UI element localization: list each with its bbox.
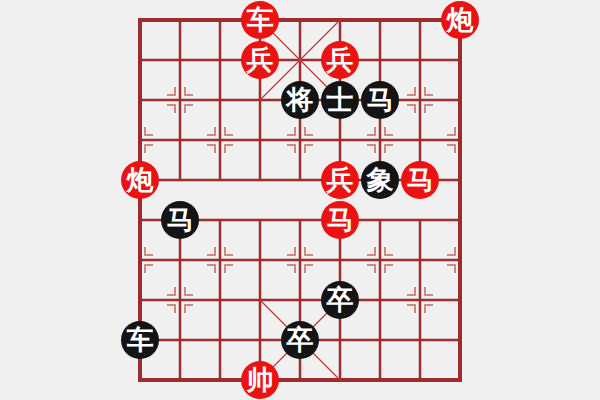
point-marker bbox=[425, 105, 433, 113]
piece-black-horse[interactable]: 马 bbox=[361, 81, 399, 119]
piece-black-elephant[interactable]: 象 bbox=[361, 161, 399, 199]
piece-red-chariot[interactable]: 车 bbox=[241, 1, 279, 39]
point-marker bbox=[167, 287, 175, 295]
point-marker bbox=[167, 305, 175, 313]
point-marker bbox=[167, 87, 175, 95]
point-marker bbox=[425, 305, 433, 313]
piece-black-advisor[interactable]: 士 bbox=[321, 81, 359, 119]
point-marker bbox=[407, 105, 415, 113]
point-marker bbox=[207, 145, 215, 153]
point-marker bbox=[447, 265, 455, 273]
point-marker bbox=[145, 265, 153, 273]
point-marker bbox=[207, 265, 215, 273]
point-marker bbox=[385, 145, 393, 153]
point-marker bbox=[425, 87, 433, 95]
point-marker bbox=[367, 127, 375, 135]
point-marker bbox=[287, 145, 295, 153]
point-marker bbox=[145, 247, 153, 255]
point-marker bbox=[225, 145, 233, 153]
point-marker bbox=[287, 127, 295, 135]
point-marker bbox=[407, 87, 415, 95]
xiangqi-diagram: 车炮兵兵将士马炮兵象马马马卒卒车帅 bbox=[0, 0, 600, 400]
point-marker bbox=[207, 127, 215, 135]
piece-red-soldier[interactable]: 兵 bbox=[241, 41, 279, 79]
point-marker bbox=[225, 265, 233, 273]
point-marker bbox=[367, 265, 375, 273]
point-marker bbox=[145, 145, 153, 153]
piece-black-soldier[interactable]: 卒 bbox=[281, 321, 319, 359]
piece-red-cannon[interactable]: 炮 bbox=[441, 1, 479, 39]
piece-black-soldier[interactable]: 卒 bbox=[321, 281, 359, 319]
piece-red-cannon[interactable]: 炮 bbox=[121, 161, 159, 199]
point-marker bbox=[145, 127, 153, 135]
point-marker bbox=[385, 247, 393, 255]
point-marker bbox=[167, 105, 175, 113]
point-marker bbox=[385, 265, 393, 273]
point-marker bbox=[305, 247, 313, 255]
point-marker bbox=[407, 305, 415, 313]
point-marker bbox=[447, 145, 455, 153]
point-marker bbox=[305, 145, 313, 153]
piece-black-horse[interactable]: 马 bbox=[161, 201, 199, 239]
piece-red-horse[interactable]: 马 bbox=[401, 161, 439, 199]
point-marker bbox=[185, 287, 193, 295]
point-marker bbox=[225, 247, 233, 255]
piece-red-general[interactable]: 帅 bbox=[241, 361, 279, 399]
point-marker bbox=[225, 127, 233, 135]
piece-red-horse[interactable]: 马 bbox=[321, 201, 359, 239]
point-marker bbox=[367, 145, 375, 153]
piece-black-chariot[interactable]: 车 bbox=[121, 321, 159, 359]
point-marker bbox=[185, 87, 193, 95]
point-marker bbox=[207, 247, 215, 255]
point-marker bbox=[447, 127, 455, 135]
piece-red-soldier[interactable]: 兵 bbox=[321, 41, 359, 79]
point-marker bbox=[305, 265, 313, 273]
piece-red-soldier[interactable]: 兵 bbox=[321, 161, 359, 199]
point-marker bbox=[287, 247, 295, 255]
point-marker bbox=[447, 247, 455, 255]
point-marker bbox=[185, 305, 193, 313]
piece-black-general[interactable]: 将 bbox=[281, 81, 319, 119]
point-marker bbox=[385, 127, 393, 135]
point-marker bbox=[305, 127, 313, 135]
point-marker bbox=[287, 265, 295, 273]
point-marker bbox=[185, 105, 193, 113]
point-marker bbox=[425, 287, 433, 295]
point-marker bbox=[367, 247, 375, 255]
point-marker bbox=[407, 287, 415, 295]
